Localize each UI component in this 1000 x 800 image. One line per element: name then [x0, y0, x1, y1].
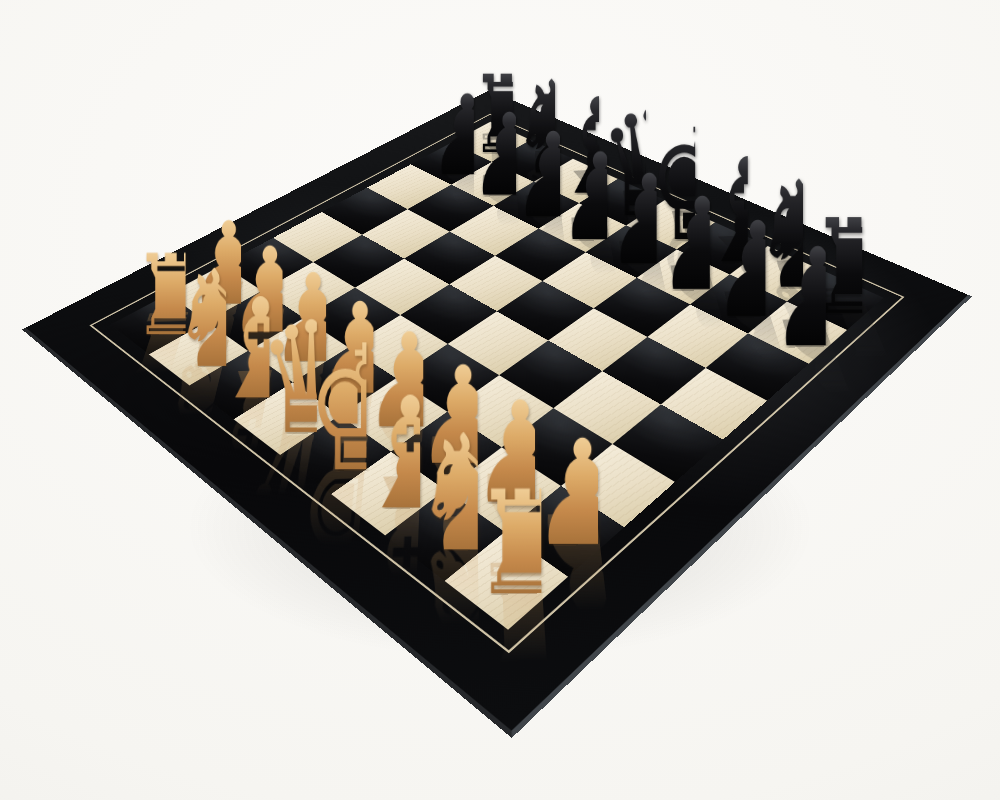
chess-set-photo: ♜♜♞♞♝♝♛♛♚♚♝♝♞♞♜♜♟♟♟♟♟♟♟♟♟♟♟♟♟♟♟♟♟♟♟♟♟♟♟♟… — [0, 0, 1000, 800]
photo-background: { "game": "chess", "position": "rnbqkbnr… — [0, 0, 1000, 800]
